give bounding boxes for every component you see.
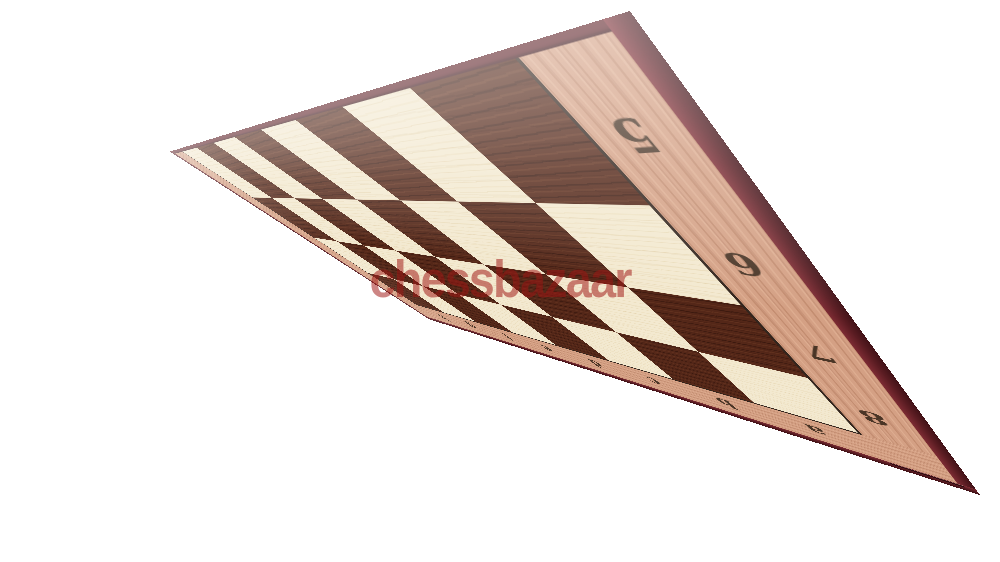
product-photo-stage: 5678 abcdefgh chessbazaar xyxy=(0,0,1000,562)
watermark-text: chessbazaar xyxy=(356,248,644,310)
